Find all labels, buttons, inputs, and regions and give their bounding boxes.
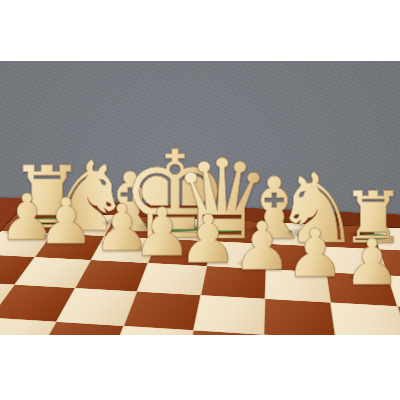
board-grid: [0, 211, 400, 335]
square-f5: [264, 299, 335, 335]
square-d6: [138, 263, 206, 295]
square-c7: [91, 236, 157, 263]
square-g8: [320, 225, 379, 250]
square-f7: [266, 244, 325, 272]
square-e8: [212, 220, 267, 244]
square-f8: [267, 222, 322, 246]
photo-area: [0, 61, 400, 335]
chess-board: [0, 197, 400, 335]
square-c8: [105, 215, 165, 238]
square-g5: [331, 303, 400, 335]
product-photo-stage: ♜♞♝♚♛♝♞♜♟♟♟♟♟♟♟♟: [0, 0, 400, 400]
square-g7: [323, 247, 387, 276]
square-d8: [158, 218, 216, 241]
square-d5: [125, 292, 200, 330]
square-g6: [326, 273, 396, 307]
square-b4: [0, 318, 56, 335]
square-f6: [265, 269, 330, 302]
square-e5: [194, 296, 265, 334]
square-e7: [207, 241, 266, 269]
square-e6: [201, 266, 265, 298]
square-d7: [149, 239, 212, 266]
